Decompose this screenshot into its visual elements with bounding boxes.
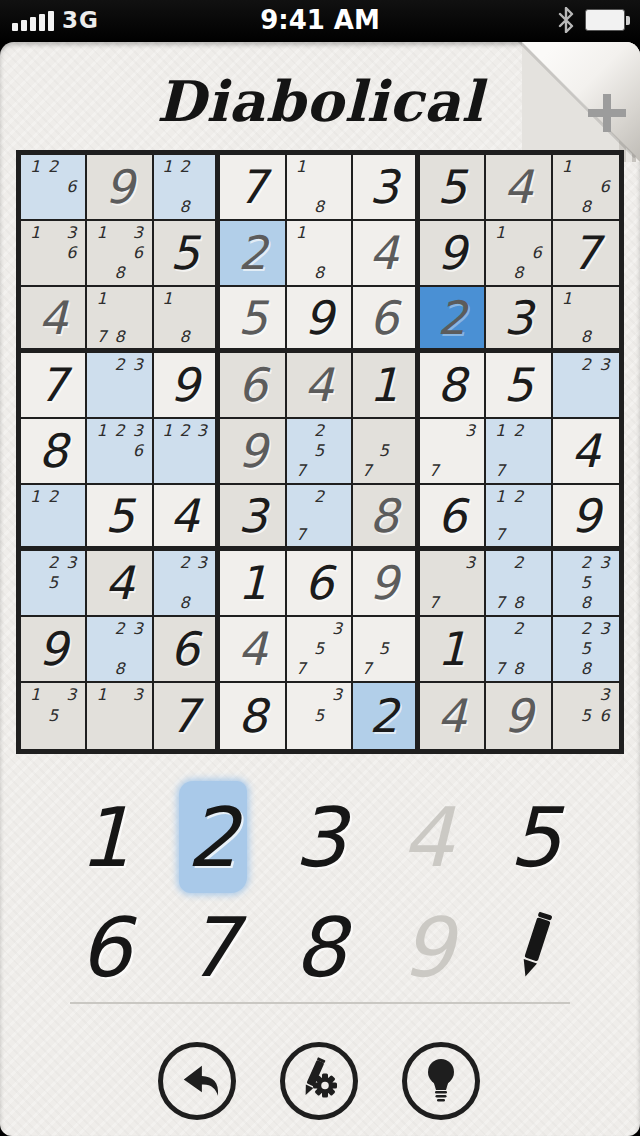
numpad-key-label: 8 [294,900,346,995]
cell-r3c9[interactable]: 18 [553,287,619,353]
pencil-marks: 27 [292,487,346,544]
given-digit: 9 [105,164,134,210]
pencil-marks: 18 [558,289,614,346]
cell-r2c7[interactable]: 9 [420,221,486,287]
given-digit: 2 [437,295,466,341]
pencil-marks: 126 [26,157,80,217]
cell-r9c1[interactable]: 135 [21,683,87,749]
cell-r6c1[interactable]: 12 [21,485,87,551]
pencil-marks: 238 [159,553,210,613]
cell-r9c9[interactable]: 356 [553,683,619,749]
pencil-marks: 18 [292,157,346,217]
entered-digit: 1 [369,362,398,408]
cell-r2c5[interactable]: 18 [287,221,353,287]
status-bar: 3G 9:41 AM [0,0,640,42]
numpad-key-1[interactable]: 1 [62,778,148,896]
cell-r5c2[interactable]: 1236 [87,419,153,485]
battery-icon [585,9,630,31]
cell-r8c9[interactable]: 2358 [553,617,619,683]
pencil-marks: 1368 [92,223,146,283]
cell-r9c5[interactable]: 35 [287,683,353,749]
numpad-key-label: 2 [186,790,238,885]
pencil-marks: 57 [358,421,409,481]
numpad-key-5[interactable]: 5 [492,778,578,896]
cell-r6c5[interactable]: 27 [287,485,353,551]
given-digit: 5 [238,295,267,341]
cell-r6c3[interactable]: 4 [154,485,220,551]
pencil-marks: 57 [358,619,409,679]
cell-r3c4[interactable]: 5 [220,287,286,353]
entered-digit: 6 [304,560,333,606]
given-digit: 4 [369,230,398,276]
sudoku-board: 1269128718354168136136852184916874178185… [16,150,624,754]
lightbulb-hint-icon [424,1058,458,1104]
cell-r7c7[interactable]: 37 [420,551,486,617]
entered-digit: 5 [504,362,533,408]
given-digit: 6 [369,295,398,341]
cell-r2c9[interactable]: 7 [553,221,619,287]
pencil-marks: 238 [92,619,146,679]
given-digit: 9 [504,693,533,739]
cell-r1c6[interactable]: 3 [353,155,419,221]
entered-digit: 9 [39,626,68,672]
entered-digit: 4 [170,493,199,539]
cell-r6c2[interactable]: 5 [87,485,153,551]
pencil-marks: 12 [26,487,80,544]
cell-r8c4[interactable]: 4 [220,617,286,683]
numpad-key-label: 6 [79,900,131,995]
entered-digit: 3 [504,295,533,341]
entered-digit: 3 [238,493,267,539]
cell-r3c3[interactable]: 18 [154,287,220,353]
pencil-marks: 23 [558,355,614,415]
pencil-gear-icon [295,1057,343,1105]
given-digit: 4 [238,626,267,672]
cell-r7c3[interactable]: 238 [154,551,220,617]
entered-digit: 3 [369,164,398,210]
pencil-marks: 13 [92,685,146,747]
pencil-marks: 278 [491,553,545,613]
pencil-marks: 357 [292,619,346,679]
pencil-marks: 18 [292,223,346,283]
entered-digit: 9 [571,493,600,539]
cell-r1c9[interactable]: 168 [553,155,619,221]
cell-r8c8[interactable]: 278 [486,617,552,683]
cell-r8c1[interactable]: 9 [21,617,87,683]
cell-r5c7[interactable]: 37 [420,419,486,485]
number-pad-row-2: 6789 [0,888,640,1006]
cell-r9c4[interactable]: 8 [220,683,286,749]
pencil-marks: 37 [425,553,479,613]
cell-r9c3[interactable]: 7 [154,683,220,749]
numpad-key-label: 7 [186,900,238,995]
difficulty-title: Diabolical [0,68,640,134]
numpad-key-3[interactable]: 3 [277,778,363,896]
entered-digit: 6 [437,493,466,539]
cell-r7c4[interactable]: 1 [220,551,286,617]
given-digit: 8 [369,493,398,539]
cell-r3c6[interactable]: 6 [353,287,419,353]
cell-r3c1[interactable]: 4 [21,287,87,353]
number-pad-row-1: 12345 [0,778,640,896]
entered-digit: 2 [369,693,398,739]
pencil-marks: 2358 [558,619,614,679]
cell-r5c4[interactable]: 9 [220,419,286,485]
numpad-key-label: 5 [509,790,561,885]
cell-r4c4[interactable]: 6 [220,353,286,419]
pencil-marks: 2358 [558,553,614,613]
numpad-key-label: 1 [79,790,131,885]
cell-r5c3[interactable]: 123 [154,419,220,485]
cell-r7c1[interactable]: 235 [21,551,87,617]
numpad-key-label: 9 [401,900,453,995]
cell-r9c2[interactable]: 13 [87,683,153,749]
numpad-key-label: 4 [401,790,453,885]
entered-digit: 6 [170,626,199,672]
cell-r9c8[interactable]: 9 [486,683,552,749]
pencil-marks: 37 [425,421,479,481]
cell-r5c9[interactable]: 4 [553,419,619,485]
cell-r2c1[interactable]: 136 [21,221,87,287]
cell-r4c1[interactable]: 7 [21,353,87,419]
numpad-key-label: 3 [294,790,346,885]
entered-digit: 7 [238,164,267,210]
pencil-marks: 168 [491,223,545,283]
pencil-settings-button[interactable] [280,1042,358,1120]
cell-r4c3[interactable]: 9 [154,353,220,419]
entered-digit: 8 [238,693,267,739]
entered-digit: 8 [39,428,68,474]
cell-r8c3[interactable]: 6 [154,617,220,683]
cell-r7c6[interactable]: 9 [353,551,419,617]
cell-r3c2[interactable]: 178 [87,287,153,353]
hint-button[interactable] [402,1042,480,1120]
pencil-marks: 35 [292,685,346,747]
cell-r1c8[interactable]: 4 [486,155,552,221]
cell-r8c2[interactable]: 238 [87,617,153,683]
given-digit: 6 [238,362,267,408]
entered-digit: 7 [39,362,68,408]
cell-r1c7[interactable]: 5 [420,155,486,221]
given-digit: 4 [39,295,68,341]
entered-digit: 9 [304,295,333,341]
cell-r5c6[interactable]: 57 [353,419,419,485]
undo-arrow-icon [174,1060,220,1102]
numpad-key-9[interactable]: 9 [385,888,471,1006]
cell-r2c8[interactable]: 168 [486,221,552,287]
pencil-marks: 136 [26,223,80,283]
given-digit: 4 [504,164,533,210]
pencil-marks: 257 [292,421,346,481]
cell-r3c5[interactable]: 9 [287,287,353,353]
cell-r8c5[interactable]: 357 [287,617,353,683]
cell-r6c4[interactable]: 3 [220,485,286,551]
entered-digit: 9 [170,362,199,408]
pencil-marks: 178 [92,289,146,346]
cell-r5c8[interactable]: 127 [486,419,552,485]
cell-r6c9[interactable]: 9 [553,485,619,551]
entered-digit: 1 [238,560,267,606]
numpad-key-8[interactable]: 8 [277,888,363,1006]
cell-r7c2[interactable]: 4 [87,551,153,617]
cell-r7c5[interactable]: 6 [287,551,353,617]
entered-digit: 5 [437,164,466,210]
cell-r2c6[interactable]: 4 [353,221,419,287]
cell-r1c5[interactable]: 18 [287,155,353,221]
entered-digit: 4 [105,560,134,606]
cell-r6c6[interactable]: 8 [353,485,419,551]
pencil-marks: 127 [491,487,545,544]
phone-screen: 3G 9:41 AM Diabolical 126912871835416813… [0,0,640,1136]
paper-page: Diabolical 12691287183541681361368521849… [0,42,640,1136]
numpad-key-7[interactable]: 7 [170,888,256,1006]
cell-r4c7[interactable]: 8 [420,353,486,419]
cell-r9c6[interactable]: 2 [353,683,419,749]
cell-r6c8[interactable]: 127 [486,485,552,551]
divider-line [70,1002,570,1004]
given-digit: 9 [238,428,267,474]
cell-r5c1[interactable]: 8 [21,419,87,485]
entered-digit: 8 [437,362,466,408]
undo-button[interactable] [158,1042,236,1120]
pencil-marks: 135 [26,685,80,747]
cell-r2c2[interactable]: 1368 [87,221,153,287]
pencil-marks: 235 [26,553,80,613]
pencil-marks: 18 [159,289,210,346]
entered-digit: 9 [437,230,466,276]
cell-r4c5[interactable]: 4 [287,353,353,419]
entered-digit: 1 [437,626,466,672]
toolbar [0,1042,640,1122]
pencil-marks: 168 [558,157,614,217]
pencil-marks: 123 [159,421,210,481]
cell-r1c1[interactable]: 126 [21,155,87,221]
entered-digit: 5 [105,493,134,539]
clock: 9:41 AM [0,5,640,35]
entered-digit: 5 [170,230,199,276]
cell-r1c4[interactable]: 7 [220,155,286,221]
entered-digit: 4 [571,428,600,474]
cell-r1c3[interactable]: 128 [154,155,220,221]
cell-r4c6[interactable]: 1 [353,353,419,419]
pencil-marks: 23 [92,355,146,415]
cell-r9c7[interactable]: 4 [420,683,486,749]
given-digit: 4 [437,693,466,739]
cell-r3c8[interactable]: 3 [486,287,552,353]
cell-r8c7[interactable]: 1 [420,617,486,683]
cell-r8c6[interactable]: 57 [353,617,419,683]
numpad-key-6[interactable]: 6 [62,888,148,1006]
pencil-marks: 278 [491,619,545,679]
cell-r1c2[interactable]: 9 [87,155,153,221]
pencil-marks: 128 [159,157,210,217]
pencil-mode-key[interactable] [492,888,578,1006]
entered-digit: 7 [170,693,199,739]
cell-r4c9[interactable]: 23 [553,353,619,419]
cell-r2c4[interactable]: 2 [220,221,286,287]
pencil-marks: 356 [558,685,614,747]
cell-r4c8[interactable]: 5 [486,353,552,419]
cell-r5c5[interactable]: 257 [287,419,353,485]
cell-r2c3[interactable]: 5 [154,221,220,287]
pencil-marks: 1236 [92,421,146,481]
cell-r3c7[interactable]: 2 [420,287,486,353]
cell-r7c8[interactable]: 278 [486,551,552,617]
numpad-key-2[interactable]: 2 [170,778,256,896]
given-digit: 9 [369,560,398,606]
cell-r7c9[interactable]: 2358 [553,551,619,617]
numpad-key-4[interactable]: 4 [385,778,471,896]
entered-digit: 7 [571,230,600,276]
pencil-marks: 127 [491,421,545,481]
given-digit: 4 [304,362,333,408]
bluetooth-icon [557,7,575,33]
cell-r6c7[interactable]: 6 [420,485,486,551]
given-digit: 2 [238,230,267,276]
cell-r4c2[interactable]: 23 [87,353,153,419]
